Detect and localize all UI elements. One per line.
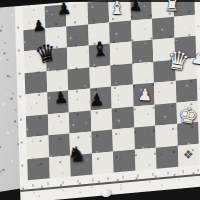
piece-black-pawn-f7[interactable]: ♟ (129, 0, 143, 14)
piece-white-rook-g7[interactable]: ♜ (164, 0, 180, 14)
piece-black-bishop-d5[interactable]: ♝ (90, 38, 110, 59)
piece-white-bishop-e7[interactable]: ♝ (109, 0, 125, 17)
piece-black-queen-a5[interactable]: ♛ (33, 40, 60, 68)
piece-black-pawn-b7[interactable]: ♟ (56, 1, 71, 18)
piece-black-pawn-a7[interactable]: ♟ (32, 18, 47, 34)
piece-white-king-h2[interactable]: ♚ (176, 103, 199, 128)
pieces-layer: ♟♟♝♟♜♛♝♛♟♟♟♟♚♞ (0, 0, 200, 200)
piece-white-queen-g5[interactable]: ♛ (165, 47, 191, 75)
piece-black-pawn-d3[interactable]: ♟ (89, 91, 105, 109)
piece-black-knight-c1[interactable]: ♞ (67, 144, 87, 166)
piece-white-pawn-h5[interactable]: ♟ (190, 51, 200, 68)
piece-black-pawn-b3[interactable]: ♟ (53, 90, 69, 107)
photo-canvas: ❖ ♟♟♝♟♜♛♝♛♟♟♟♟♚♞ (0, 0, 200, 200)
piece-white-pawn-f3[interactable]: ♟ (137, 87, 152, 104)
